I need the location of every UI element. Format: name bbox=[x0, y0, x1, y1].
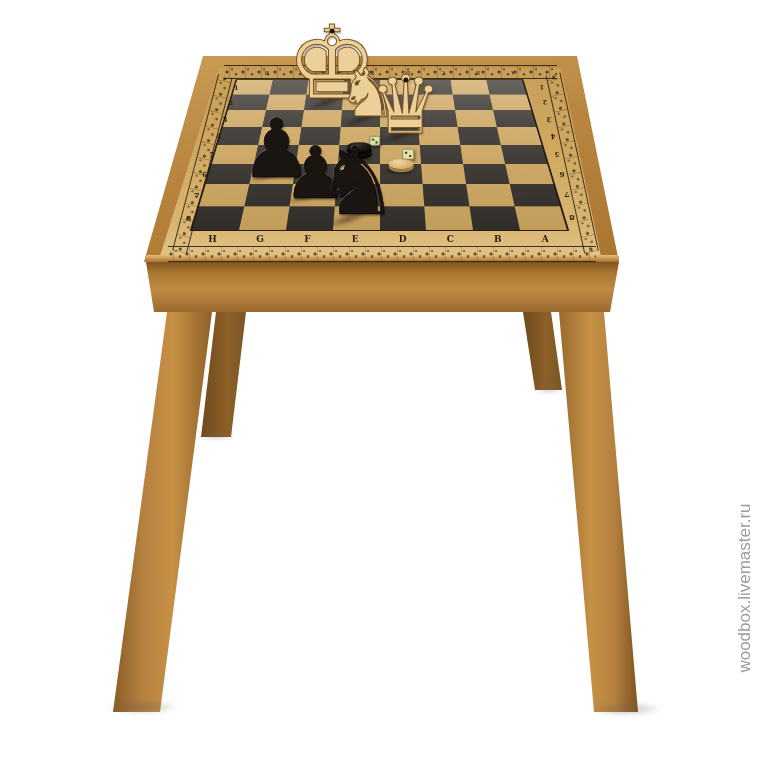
board-square bbox=[380, 206, 427, 230]
board-square bbox=[451, 80, 490, 95]
leg-shadow bbox=[588, 702, 663, 716]
board-square bbox=[380, 145, 422, 164]
board-square bbox=[192, 206, 244, 230]
board-square bbox=[239, 206, 289, 230]
board-square bbox=[380, 80, 417, 95]
board-square bbox=[304, 95, 343, 111]
board-square bbox=[466, 184, 514, 206]
board-square bbox=[299, 127, 341, 145]
board-square bbox=[419, 127, 461, 145]
tabletop-apron bbox=[146, 262, 619, 312]
ornament-border-near bbox=[168, 246, 596, 262]
board-square bbox=[306, 80, 344, 95]
board-square bbox=[244, 184, 292, 206]
board-square bbox=[249, 164, 296, 184]
board-square bbox=[458, 127, 501, 145]
board-square bbox=[223, 110, 266, 127]
board-square bbox=[380, 110, 419, 127]
board-square bbox=[416, 95, 455, 111]
board-square bbox=[497, 127, 541, 145]
board-square bbox=[293, 164, 338, 184]
board-square bbox=[218, 127, 262, 145]
board-square bbox=[501, 145, 547, 164]
board-square bbox=[289, 184, 336, 206]
product-photo: HHGGFFEEDDCCBBAA8877665544332211♚♛♞♞♟♟ w… bbox=[0, 0, 768, 768]
board-square bbox=[421, 164, 466, 184]
board-square bbox=[415, 80, 453, 95]
board-square bbox=[212, 145, 258, 164]
leg-shadow bbox=[532, 386, 566, 393]
leg-shadow bbox=[105, 700, 180, 714]
board-square bbox=[266, 95, 306, 111]
leg-shadow bbox=[196, 432, 236, 440]
board-square bbox=[233, 80, 273, 95]
board-square bbox=[510, 184, 560, 206]
board-square bbox=[206, 164, 254, 184]
board-square bbox=[505, 164, 553, 184]
board-square bbox=[262, 110, 304, 127]
board-square bbox=[455, 110, 497, 127]
piece-finial bbox=[330, 29, 335, 34]
board-square bbox=[423, 184, 470, 206]
table-leg-front-left bbox=[113, 312, 212, 712]
board-square bbox=[515, 206, 567, 230]
table-leg-rear-right bbox=[523, 312, 562, 390]
board-square bbox=[269, 80, 308, 95]
board-square bbox=[453, 95, 493, 111]
board-square bbox=[286, 206, 335, 230]
board-square bbox=[380, 164, 423, 184]
board-square bbox=[380, 95, 418, 111]
board-square bbox=[493, 110, 536, 127]
board-square bbox=[339, 127, 379, 145]
board-square bbox=[258, 127, 301, 145]
board-square bbox=[417, 110, 457, 127]
board-square bbox=[336, 164, 379, 184]
board-square bbox=[338, 145, 380, 164]
board-square bbox=[420, 145, 463, 164]
board-square bbox=[254, 145, 299, 164]
board-square bbox=[486, 80, 526, 95]
board-square bbox=[460, 145, 505, 164]
chessboard bbox=[192, 80, 567, 230]
board-square bbox=[296, 145, 339, 164]
board-square bbox=[342, 95, 380, 111]
board-square bbox=[380, 127, 420, 145]
board-square bbox=[380, 184, 425, 206]
board-square bbox=[301, 110, 341, 127]
board-square bbox=[490, 95, 531, 111]
board-square bbox=[470, 206, 520, 230]
board-square bbox=[343, 80, 380, 95]
board-square bbox=[463, 164, 510, 184]
table-leg-front-right bbox=[559, 312, 638, 712]
board-square bbox=[333, 206, 380, 230]
watermark: woodbox.livemaster.ru bbox=[735, 503, 755, 672]
board-square bbox=[199, 184, 249, 206]
board-square bbox=[334, 184, 379, 206]
ornament-border-far bbox=[224, 65, 557, 79]
board-square bbox=[425, 206, 474, 230]
board-square bbox=[340, 110, 379, 127]
board-square bbox=[228, 95, 269, 111]
